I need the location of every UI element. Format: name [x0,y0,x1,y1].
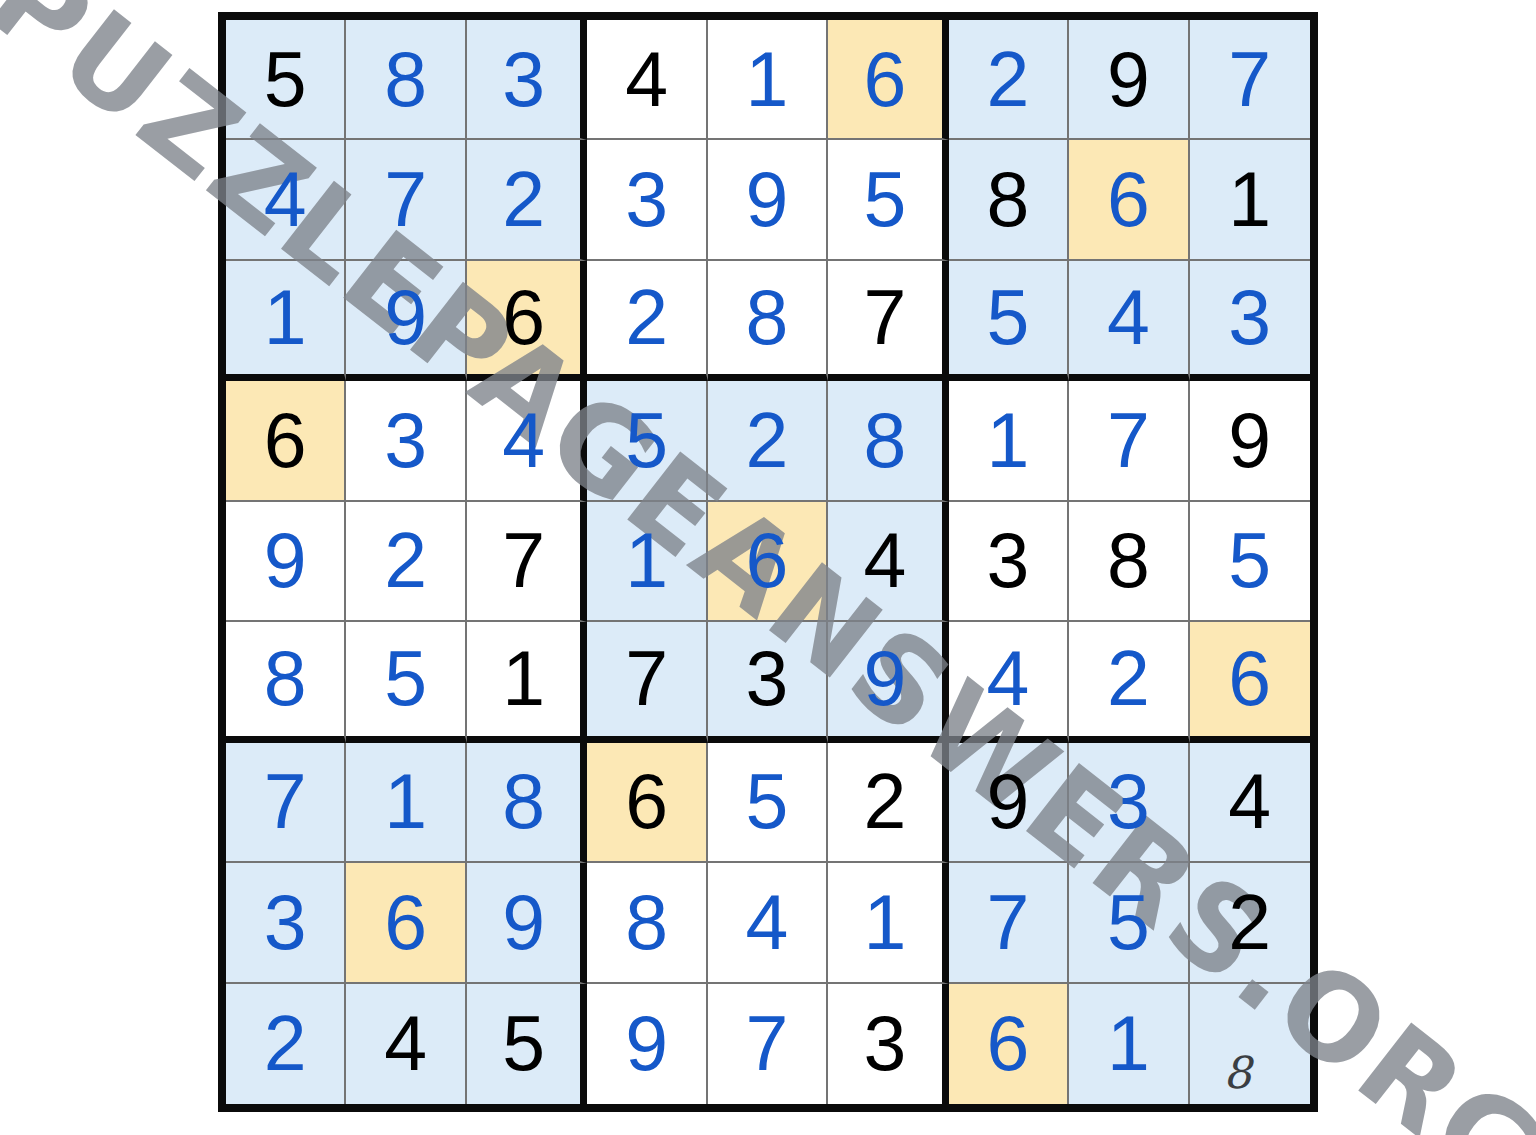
cell-r9c3[interactable]: 5 [467,984,587,1104]
cell-r1c5[interactable]: 1 [708,20,828,140]
digit: 1 [625,522,668,599]
digit: 9 [502,884,545,961]
cell-r7c9[interactable]: 4 [1190,743,1310,863]
digit: 4 [746,884,789,961]
digit: 1 [502,640,545,717]
digit: 5 [864,161,907,238]
digit: 2 [502,161,545,238]
cell-r9c2[interactable]: 4 [346,984,466,1104]
digit: 4 [864,522,907,599]
digit: 9 [746,161,789,238]
cell-r5c2[interactable]: 2 [346,502,466,622]
sudoku-grid: 5834162974723958611962875436345281799271… [226,20,1310,1104]
cell-r2c4[interactable]: 3 [587,140,707,260]
pencil-mark: 8 [1223,1051,1251,1095]
cell-r7c6[interactable]: 2 [828,743,948,863]
digit: 1 [264,279,307,356]
cell-r8c2[interactable]: 6 [346,863,466,983]
cell-r8c4[interactable]: 8 [587,863,707,983]
cell-r1c3[interactable]: 3 [467,20,587,140]
digit: 8 [625,884,668,961]
cell-r5c6[interactable]: 4 [828,502,948,622]
digit: 7 [625,640,668,717]
cell-r3c1[interactable]: 1 [226,261,346,381]
digit: 8 [384,41,427,118]
digit: 8 [502,763,545,840]
digit: 9 [264,522,307,599]
cell-r1c8[interactable]: 9 [1069,20,1189,140]
cell-r2c9[interactable]: 1 [1190,140,1310,260]
cell-r1c1[interactable]: 5 [226,20,346,140]
cell-r8c1[interactable]: 3 [226,863,346,983]
cell-r4c3[interactable]: 4 [467,381,587,501]
cell-r4c4[interactable]: 5 [587,381,707,501]
cell-r8c3[interactable]: 9 [467,863,587,983]
digit: 2 [864,763,907,840]
digit: 7 [746,1005,789,1082]
digit: 3 [625,161,668,238]
cell-r3c6[interactable]: 7 [828,261,948,381]
cell-r6c1[interactable]: 8 [226,622,346,742]
cell-r6c3[interactable]: 1 [467,622,587,742]
digit: 9 [986,763,1029,840]
digit: 3 [1228,279,1271,356]
cell-r9c8[interactable]: 1 [1069,984,1189,1104]
digit: 5 [625,402,668,479]
cell-r5c3[interactable]: 7 [467,502,587,622]
digit: 6 [625,763,668,840]
digit: 7 [986,884,1029,961]
digit: 5 [264,41,307,118]
digit: 2 [746,402,789,479]
cell-r2c8[interactable]: 6 [1069,140,1189,260]
digit: 1 [1107,1005,1150,1082]
digit: 5 [746,763,789,840]
cell-r7c8[interactable]: 3 [1069,743,1189,863]
cell-r4c7[interactable]: 1 [949,381,1069,501]
cell-r5c7[interactable]: 3 [949,502,1069,622]
digit: 4 [1107,279,1150,356]
cell-r3c4[interactable]: 2 [587,261,707,381]
digit: 1 [986,402,1029,479]
sudoku-board: 5834162974723958611962875436345281799271… [218,12,1318,1112]
digit: 3 [986,522,1029,599]
digit: 8 [864,402,907,479]
digit: 9 [864,640,907,717]
digit: 5 [502,1005,545,1082]
digit: 2 [1107,640,1150,717]
digit: 6 [1228,640,1271,717]
digit: 7 [864,279,907,356]
digit: 5 [1107,884,1150,961]
cell-r4c9[interactable]: 9 [1190,381,1310,501]
cell-r3c3[interactable]: 6 [467,261,587,381]
cell-r8c6[interactable]: 1 [828,863,948,983]
cell-r3c9[interactable]: 3 [1190,261,1310,381]
digit: 5 [1228,522,1271,599]
digit: 3 [864,1005,907,1082]
cell-r9c4[interactable]: 9 [587,984,707,1104]
digit: 8 [264,640,307,717]
digit: 6 [986,1005,1029,1082]
digit: 5 [384,640,427,717]
cell-r1c6[interactable]: 6 [828,20,948,140]
digit: 3 [264,884,307,961]
cell-r3c7[interactable]: 5 [949,261,1069,381]
digit: 4 [264,161,307,238]
cell-r9c5[interactable]: 7 [708,984,828,1104]
cell-r2c1[interactable]: 4 [226,140,346,260]
cell-r4c2[interactable]: 3 [346,381,466,501]
cell-r2c2[interactable]: 7 [346,140,466,260]
digit: 7 [384,161,427,238]
digit: 7 [1228,41,1271,118]
cell-r8c9[interactable]: 2 [1190,863,1310,983]
cell-r4c8[interactable]: 7 [1069,381,1189,501]
cell-r5c8[interactable]: 8 [1069,502,1189,622]
digit: 5 [986,279,1029,356]
cell-r2c5[interactable]: 9 [708,140,828,260]
digit: 2 [986,41,1029,118]
cell-r9c9[interactable]: 8 [1190,984,1310,1104]
cell-r2c7[interactable]: 8 [949,140,1069,260]
digit: 6 [502,279,545,356]
cell-r7c3[interactable]: 8 [467,743,587,863]
cell-r2c3[interactable]: 2 [467,140,587,260]
digit: 6 [746,522,789,599]
digit: 7 [502,522,545,599]
cell-r9c7[interactable]: 6 [949,984,1069,1104]
digit: 1 [384,763,427,840]
cell-r1c9[interactable]: 7 [1190,20,1310,140]
cell-r1c7[interactable]: 2 [949,20,1069,140]
cell-r2c6[interactable]: 5 [828,140,948,260]
digit: 9 [625,1005,668,1082]
digit: 2 [1228,884,1271,961]
digit: 4 [502,402,545,479]
digit: 7 [264,763,307,840]
digit: 3 [384,402,427,479]
cell-r7c4[interactable]: 6 [587,743,707,863]
cell-r4c6[interactable]: 8 [828,381,948,501]
digit: 2 [625,279,668,356]
cell-r8c5[interactable]: 4 [708,863,828,983]
digit: 4 [986,640,1029,717]
digit: 3 [746,640,789,717]
cell-r4c1[interactable]: 6 [226,381,346,501]
digit: 3 [502,41,545,118]
digit: 4 [384,1005,427,1082]
digit: 8 [746,279,789,356]
digit: 6 [1107,161,1150,238]
digit: 4 [1228,763,1271,840]
cell-r3c2[interactable]: 9 [346,261,466,381]
digit: 1 [1228,161,1271,238]
cell-r6c9[interactable]: 6 [1190,622,1310,742]
cell-r6c8[interactable]: 2 [1069,622,1189,742]
cell-r9c6[interactable]: 3 [828,984,948,1104]
digit: 1 [864,884,907,961]
cell-r5c5[interactable]: 6 [708,502,828,622]
digit: 8 [986,161,1029,238]
digit: 6 [264,402,307,479]
digit: 7 [1107,402,1150,479]
cell-r5c9[interactable]: 5 [1190,502,1310,622]
digit: 1 [746,41,789,118]
cell-r8c7[interactable]: 7 [949,863,1069,983]
cell-r7c1[interactable]: 7 [226,743,346,863]
cell-r8c8[interactable]: 5 [1069,863,1189,983]
digit: 9 [1107,41,1150,118]
digit: 4 [625,41,668,118]
digit: 9 [1228,402,1271,479]
cell-r6c2[interactable]: 5 [346,622,466,742]
digit: 8 [1107,522,1150,599]
cell-r4c5[interactable]: 2 [708,381,828,501]
digit: 3 [1107,763,1150,840]
cell-r1c2[interactable]: 8 [346,20,466,140]
digit: 2 [384,522,427,599]
cell-r3c8[interactable]: 4 [1069,261,1189,381]
cell-r6c6[interactable]: 9 [828,622,948,742]
cell-r1c4[interactable]: 4 [587,20,707,140]
cell-r9c1[interactable]: 2 [226,984,346,1104]
cell-r5c1[interactable]: 9 [226,502,346,622]
digit: 9 [384,279,427,356]
cell-r7c7[interactable]: 9 [949,743,1069,863]
cell-r6c7[interactable]: 4 [949,622,1069,742]
digit: 2 [264,1005,307,1082]
digit: 6 [384,884,427,961]
cell-r6c5[interactable]: 3 [708,622,828,742]
cell-r6c4[interactable]: 7 [587,622,707,742]
digit: 6 [864,41,907,118]
cell-r7c5[interactable]: 5 [708,743,828,863]
cell-r7c2[interactable]: 1 [346,743,466,863]
cell-r5c4[interactable]: 1 [587,502,707,622]
cell-r3c5[interactable]: 8 [708,261,828,381]
